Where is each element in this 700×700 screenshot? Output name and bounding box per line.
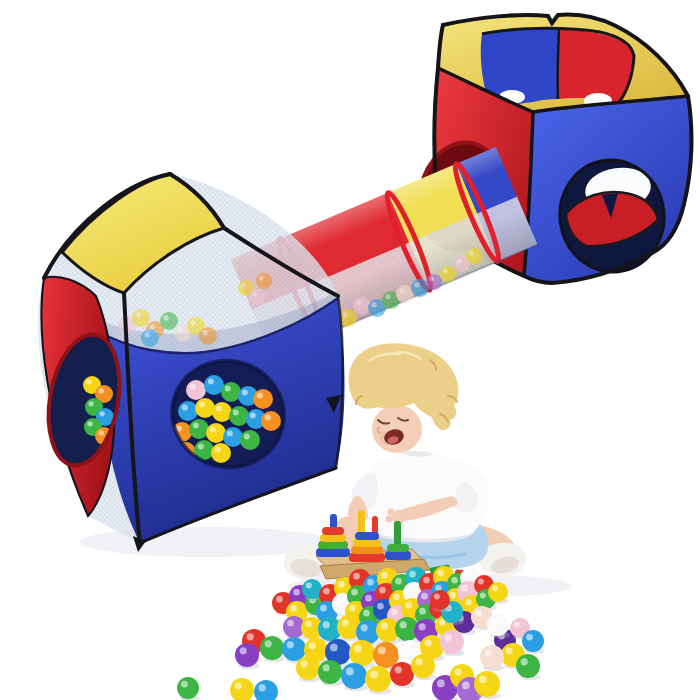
pyramid-tent: [38, 174, 344, 552]
play-ball: [249, 289, 265, 305]
ball-highlight: [338, 581, 345, 588]
play-ball: [373, 642, 399, 668]
ball-highlight: [451, 577, 458, 584]
ball-highlight: [86, 379, 91, 384]
ball-highlight: [492, 586, 498, 592]
ball-highlight: [419, 608, 426, 615]
ball-highlight: [455, 668, 462, 675]
ball-highlight: [242, 390, 248, 396]
ball-highlight: [361, 624, 368, 631]
ball-highlight: [437, 570, 444, 577]
play-ball: [199, 327, 217, 345]
play-ball: [474, 671, 500, 697]
ball-highlight: [182, 405, 188, 411]
play-ball: [440, 266, 456, 282]
ball-highlight: [405, 602, 412, 609]
play-ball: [341, 663, 367, 689]
play-ball: [516, 654, 540, 678]
play-ball: [254, 680, 278, 700]
ball-highlight: [395, 666, 402, 673]
ball-highlight: [349, 605, 356, 612]
play-ball: [206, 423, 226, 443]
play-ball: [256, 273, 272, 289]
ball-highlight: [346, 668, 354, 676]
ball-highlight: [330, 644, 338, 652]
ball-highlight: [429, 277, 434, 282]
ball-highlight: [407, 586, 414, 593]
ball-highlight: [377, 603, 384, 610]
ball-highlight: [320, 605, 327, 612]
ball-highlight: [301, 660, 308, 667]
play-ball: [253, 389, 273, 409]
ball-highlight: [457, 259, 462, 264]
ball-highlight: [365, 595, 372, 602]
ball-highlight: [465, 599, 472, 606]
ball-highlight: [353, 573, 360, 580]
ball-highlight: [378, 647, 386, 655]
ball-highlight: [370, 671, 378, 679]
play-ball: [195, 398, 215, 418]
ball-highlight: [461, 585, 468, 592]
play-ball: [480, 645, 504, 669]
ball-highlight: [480, 593, 486, 599]
ball-highlight: [240, 647, 247, 654]
ball-highlight: [287, 641, 294, 648]
ball-highlight: [336, 597, 343, 604]
ball-highlight: [381, 622, 388, 629]
ball-highlight: [462, 682, 470, 690]
play-ball: [177, 677, 199, 699]
ball-highlight: [379, 587, 386, 594]
play-ball: [318, 660, 342, 684]
ball-highlight: [479, 676, 487, 684]
play-ball: [212, 402, 232, 422]
ball-highlight: [135, 312, 140, 317]
product-photo: [0, 0, 700, 700]
play-ball: [229, 406, 249, 426]
play-ball: [430, 590, 450, 610]
ball-highlight: [475, 610, 482, 617]
play-ball: [223, 427, 243, 447]
ball-highlight: [469, 251, 474, 256]
ball-highlight: [215, 447, 221, 453]
play-ball: [235, 643, 259, 667]
ball-highlight: [276, 596, 283, 603]
ball-highlight: [478, 579, 484, 585]
ball-highlight: [506, 647, 513, 654]
play-ball: [160, 312, 178, 330]
ball-highlight: [409, 571, 416, 578]
ball-highlight: [87, 421, 92, 426]
ball-highlight: [293, 589, 300, 596]
ball-highlight: [485, 649, 492, 656]
ball-highlight: [514, 622, 520, 628]
ball-highlight: [421, 593, 428, 600]
ball-highlight: [244, 434, 250, 440]
play-ball: [426, 274, 442, 290]
ball-highlight: [395, 578, 402, 585]
ball-highlight: [423, 577, 430, 584]
ball-highlight: [437, 680, 445, 688]
ball-highlight: [419, 623, 426, 630]
baby-face: [372, 405, 422, 453]
ball-highlight: [403, 644, 410, 651]
ball-highlight: [491, 618, 498, 625]
play-ball: [260, 636, 284, 660]
ball-highlight: [163, 315, 168, 320]
ball-highlight: [287, 620, 294, 627]
ball-highlight: [323, 621, 330, 628]
ball-highlight: [309, 642, 316, 649]
ball-highlight: [414, 282, 419, 287]
play-ball: [522, 630, 544, 652]
ball-highlight: [399, 288, 404, 293]
play-ball: [261, 411, 281, 431]
play-ball: [488, 582, 508, 602]
ball-highlight: [306, 583, 312, 589]
ball-highlight: [443, 269, 448, 274]
ball-highlight: [198, 444, 204, 450]
ball-highlight: [342, 312, 347, 317]
ball-highlight: [98, 430, 103, 435]
ball-highlight: [225, 386, 231, 392]
ball-highlight: [208, 379, 214, 385]
ball-highlight: [99, 411, 104, 416]
ball-highlight: [526, 634, 533, 641]
ball-highlight: [181, 681, 188, 688]
ball-highlight: [235, 682, 242, 689]
play-ball: [221, 382, 241, 402]
ball-highlight: [445, 634, 452, 641]
ball-highlight: [252, 292, 257, 297]
ball-highlight: [425, 639, 432, 646]
flap-seam-piping: [558, 30, 559, 99]
play-ball: [186, 380, 206, 400]
play-ball: [132, 309, 150, 327]
ball-highlight: [259, 276, 264, 281]
ball-highlight: [351, 589, 358, 596]
ball-highlight: [190, 320, 195, 325]
ball-highlight: [144, 332, 149, 337]
ball-highlight: [356, 300, 361, 305]
ball-highlight: [216, 406, 222, 412]
ball-highlight: [363, 610, 370, 617]
play-ball: [390, 662, 414, 686]
play-ball: [296, 656, 320, 680]
ball-highlight: [227, 431, 233, 437]
ball-highlight: [342, 619, 349, 626]
play-ball: [365, 666, 391, 692]
ball-highlight: [149, 324, 154, 329]
ball-highlight: [371, 302, 376, 307]
ball-highlight: [98, 388, 103, 393]
ball-highlight: [323, 588, 330, 595]
ball-highlight: [400, 621, 407, 628]
ball-highlight: [202, 330, 207, 335]
toy-stack-right: [385, 544, 411, 560]
ball-highlight: [434, 594, 440, 600]
play-ball: [211, 443, 231, 463]
ball-highlight: [88, 401, 93, 406]
scene-canvas: [0, 0, 700, 700]
play-ball: [466, 248, 482, 264]
ball-highlight: [210, 427, 216, 433]
scattered-balls: [177, 566, 545, 700]
play-ball: [302, 579, 322, 599]
ball-highlight: [385, 294, 390, 299]
ball-highlight: [193, 423, 199, 429]
play-ball: [230, 678, 254, 700]
ball-highlight: [305, 621, 312, 628]
play-ball: [178, 401, 198, 421]
play-ball: [440, 630, 464, 654]
ball-highlight: [391, 609, 398, 616]
ball-highlight: [250, 413, 256, 419]
baby-finger: [388, 509, 395, 516]
play-ball: [487, 614, 509, 636]
ball-highlight: [367, 579, 374, 586]
ball-highlight: [233, 410, 239, 416]
ball-highlight: [521, 658, 528, 665]
ball-highlight: [290, 605, 297, 612]
play-ball: [240, 430, 260, 450]
ball-highlight: [177, 327, 182, 332]
ball-highlight: [323, 664, 330, 671]
play-ball: [349, 640, 375, 666]
play-ball: [411, 654, 435, 678]
ball-highlight: [257, 393, 263, 399]
ball-highlight: [354, 645, 362, 653]
ball-highlight: [241, 283, 246, 288]
ball-highlight: [259, 684, 266, 691]
ball-highlight: [199, 402, 205, 408]
ball-highlight: [265, 640, 272, 647]
ball-highlight: [464, 572, 470, 578]
ball-highlight: [381, 572, 388, 579]
ball-highlight: [416, 658, 423, 665]
ball-highlight: [265, 415, 271, 421]
ball-highlight: [247, 633, 254, 640]
play-ball: [189, 419, 209, 439]
play-ball: [141, 329, 159, 347]
baby-finger: [386, 516, 393, 523]
ball-highlight: [449, 592, 456, 599]
ball-highlight: [190, 384, 196, 390]
ball-highlight: [393, 594, 400, 601]
